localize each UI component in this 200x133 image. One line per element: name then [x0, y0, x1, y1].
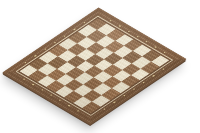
product-photo-scene [0, 0, 200, 133]
playing-field [19, 18, 169, 113]
chess-board [2, 7, 186, 124]
